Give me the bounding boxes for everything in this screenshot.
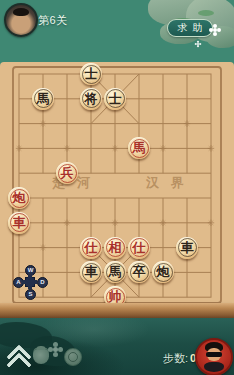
piece-black-馬[interactable]: 馬 [32, 88, 54, 110]
piece-black-士[interactable]: 士 [80, 63, 102, 85]
wasd-right-key[interactable]: D [37, 277, 48, 288]
opponent-avatar[interactable] [195, 338, 233, 375]
piece-red-馬[interactable]: 馬 [128, 137, 150, 159]
piece-red-車[interactable]: 車 [8, 212, 30, 234]
piece-red-仕[interactable]: 仕 [128, 237, 150, 259]
player-avatar[interactable] [4, 3, 38, 37]
piece-red-相[interactable]: 相 [104, 237, 126, 259]
piece-red-仕[interactable]: 仕 [80, 237, 102, 259]
help-button[interactable]: 求助 [167, 19, 213, 37]
wasd-down-key[interactable]: S [25, 289, 36, 300]
money-bag-icon[interactable] [33, 349, 49, 364]
step-counter: 步数:0 [163, 351, 196, 366]
piece-red-炮[interactable]: 炮 [8, 187, 30, 209]
wasd-center-cross [26, 278, 34, 286]
flower-tray-icon[interactable] [53, 347, 58, 352]
board-front-edge [0, 303, 234, 318]
piece-red-兵[interactable]: 兵 [56, 162, 78, 184]
moss-decoration [198, 10, 214, 16]
piece-black-将[interactable]: 将 [80, 88, 102, 110]
piece-black-馬[interactable]: 馬 [104, 261, 126, 283]
piece-black-士[interactable]: 士 [104, 88, 126, 110]
river-label-right: 汉界 [146, 174, 196, 192]
sunglasses-icon [206, 352, 222, 357]
flower-icon [213, 28, 217, 32]
coin-icon[interactable] [64, 348, 82, 366]
wasd-pad[interactable]: W A S D [13, 265, 47, 299]
expand-tray-button[interactable] [8, 347, 30, 367]
piece-black-車[interactable]: 車 [80, 261, 102, 283]
piece-black-車[interactable]: 車 [176, 237, 198, 259]
piece-black-炮[interactable]: 炮 [152, 261, 174, 283]
step-counter-label: 步数: [163, 352, 188, 364]
piece-black-卒[interactable]: 卒 [128, 261, 150, 283]
avatar-suit [204, 362, 224, 372]
level-label: 第6关 [38, 13, 68, 28]
game-screen: 第6关 求助 楚河 汉界 士馬将士馬兵炮車仕相仕車車 [0, 0, 234, 375]
flower-icon [197, 43, 199, 45]
